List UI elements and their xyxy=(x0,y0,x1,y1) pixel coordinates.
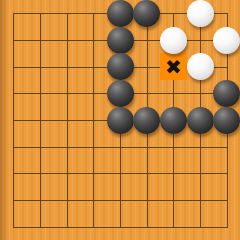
black-stone xyxy=(107,80,134,107)
black-stone xyxy=(107,107,134,134)
go-board[interactable]: ✖ xyxy=(0,0,240,240)
black-stone xyxy=(107,53,134,80)
black-stone xyxy=(133,0,160,27)
white-stone xyxy=(160,27,187,54)
white-stone xyxy=(213,27,240,54)
black-stone xyxy=(187,107,214,134)
black-stone xyxy=(213,80,240,107)
black-stone xyxy=(107,27,134,54)
black-stone xyxy=(133,107,160,134)
stones-layer xyxy=(0,0,240,240)
white-stone xyxy=(187,0,214,27)
black-stone xyxy=(213,107,240,134)
white-stone xyxy=(187,53,214,80)
black-stone xyxy=(160,107,187,134)
black-stone xyxy=(107,0,134,27)
